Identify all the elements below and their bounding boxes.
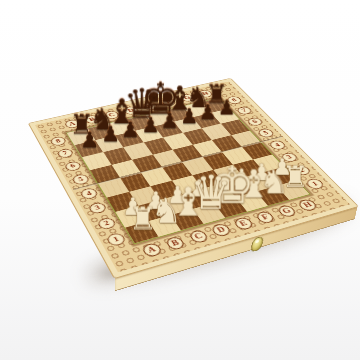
- piece-black-pawn: ♟: [121, 120, 140, 141]
- rank-label-2: 2: [96, 217, 117, 231]
- product-photo-stage: 87654321 87654321 ABCDEFGH ABCDEFGH ♜♞♝♛…: [0, 0, 360, 360]
- rank-label-4: 4: [79, 187, 99, 200]
- board-3d-scene: 87654321 87654321 ABCDEFGH ABCDEFGH ♜♞♝♛…: [60, 40, 304, 284]
- rank-label-4: 4: [268, 140, 288, 151]
- rank-label-7: 7: [56, 148, 74, 159]
- file-label-e: E: [233, 217, 255, 231]
- piece-black-pawn: ♟: [141, 115, 160, 136]
- file-label-f: F: [254, 210, 276, 224]
- piece-black-pawn: ♟: [199, 102, 217, 123]
- piece-white-rook: ♜: [129, 203, 157, 234]
- piece-black-pawn: ♟: [180, 106, 199, 127]
- piece-black-pawn: ♟: [80, 129, 99, 151]
- piece-black-pawn: ♟: [217, 97, 235, 117]
- board-frame-ornament: 87654321 87654321 ABCDEFGH ABCDEFGH ♜♞♝♛…: [29, 79, 358, 278]
- rank-label-3: 3: [88, 202, 108, 215]
- piece-black-pawn: ♟: [101, 124, 120, 145]
- board-3d-tilt: 87654321 87654321 ABCDEFGH ABCDEFGH ♜♞♝♛…: [29, 79, 358, 278]
- rank-label-6: 6: [246, 117, 265, 127]
- file-label-c: C: [188, 229, 210, 244]
- rank-label-5: 5: [256, 128, 275, 138]
- square-a1: ♜: [125, 221, 158, 243]
- file-label-g: G: [276, 204, 298, 218]
- rank-label-7: 7: [235, 106, 253, 116]
- piece-black-pawn: ♟: [160, 111, 179, 132]
- file-label-d: D: [210, 223, 232, 237]
- rank-label-8: 8: [49, 136, 67, 147]
- brass-clasp: [249, 236, 265, 253]
- file-label-a: A: [141, 243, 163, 258]
- file-label-b: B: [164, 236, 186, 251]
- rank-label-1: 1: [106, 232, 127, 247]
- file-label-h: H: [297, 199, 319, 212]
- rank-label-6: 6: [64, 160, 83, 172]
